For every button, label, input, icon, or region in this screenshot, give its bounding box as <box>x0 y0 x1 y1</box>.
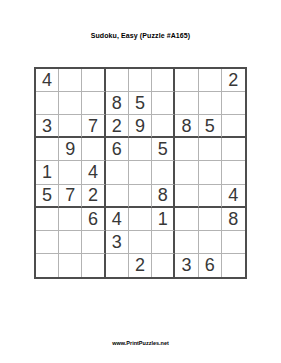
cell-r4c4[interactable]: 6 <box>106 138 129 161</box>
cell-r2c8[interactable] <box>199 92 222 115</box>
cell-r7c1[interactable] <box>36 208 59 231</box>
cell-r8c7[interactable] <box>175 231 198 254</box>
cell-r2c2[interactable] <box>59 92 82 115</box>
cell-r2c7[interactable] <box>175 92 198 115</box>
cell-r9c5[interactable]: 2 <box>129 254 152 277</box>
cell-r7c9[interactable]: 8 <box>222 208 245 231</box>
sudoku-board: 4285372985965145728464183236 <box>34 67 247 279</box>
cell-r7c8[interactable] <box>199 208 222 231</box>
cell-r6c5[interactable] <box>129 185 152 208</box>
cell-r5c7[interactable] <box>175 161 198 184</box>
cell-r5c8[interactable] <box>199 161 222 184</box>
cell-r6c3[interactable]: 2 <box>82 185 105 208</box>
cell-r8c3[interactable] <box>82 231 105 254</box>
cell-r6c7[interactable] <box>175 185 198 208</box>
cell-r2c9[interactable] <box>222 92 245 115</box>
cell-r9c4[interactable] <box>106 254 129 277</box>
cell-r8c6[interactable] <box>152 231 175 254</box>
cell-r9c7[interactable]: 3 <box>175 254 198 277</box>
cell-r1c3[interactable] <box>82 69 105 92</box>
cell-r4c3[interactable] <box>82 138 105 161</box>
cell-r3c7[interactable]: 8 <box>175 115 198 138</box>
cell-r7c5[interactable] <box>129 208 152 231</box>
puzzle-title: Sudoku, Easy (Puzzle #A165) <box>0 32 281 39</box>
cell-r4c1[interactable] <box>36 138 59 161</box>
cell-r7c3[interactable]: 6 <box>82 208 105 231</box>
cell-r1c8[interactable] <box>199 69 222 92</box>
cell-r1c7[interactable] <box>175 69 198 92</box>
cell-r5c1[interactable]: 1 <box>36 161 59 184</box>
cell-r4c9[interactable] <box>222 138 245 161</box>
cell-r9c1[interactable] <box>36 254 59 277</box>
cell-r4c6[interactable]: 5 <box>152 138 175 161</box>
cell-r3c6[interactable] <box>152 115 175 138</box>
cell-r3c8[interactable]: 5 <box>199 115 222 138</box>
cell-r8c8[interactable] <box>199 231 222 254</box>
cell-r6c1[interactable]: 5 <box>36 185 59 208</box>
cell-r3c1[interactable]: 3 <box>36 115 59 138</box>
cell-r1c2[interactable] <box>59 69 82 92</box>
cell-r5c9[interactable] <box>222 161 245 184</box>
sudoku-page: Sudoku, Easy (Puzzle #A165) 428537298596… <box>0 0 281 363</box>
cell-r2c5[interactable]: 5 <box>129 92 152 115</box>
cell-r9c9[interactable] <box>222 254 245 277</box>
footer-url: www.PrintPuzzles.net <box>0 340 281 346</box>
cell-r6c8[interactable] <box>199 185 222 208</box>
cell-r5c5[interactable] <box>129 161 152 184</box>
cell-r3c3[interactable]: 7 <box>82 115 105 138</box>
cell-r9c8[interactable]: 6 <box>199 254 222 277</box>
cell-r7c6[interactable]: 1 <box>152 208 175 231</box>
cell-r4c2[interactable]: 9 <box>59 138 82 161</box>
cell-r9c6[interactable] <box>152 254 175 277</box>
cell-r5c3[interactable]: 4 <box>82 161 105 184</box>
cell-r9c2[interactable] <box>59 254 82 277</box>
cell-r6c4[interactable] <box>106 185 129 208</box>
cell-r3c2[interactable] <box>59 115 82 138</box>
cell-r2c1[interactable] <box>36 92 59 115</box>
cell-r8c4[interactable]: 3 <box>106 231 129 254</box>
cell-r1c1[interactable]: 4 <box>36 69 59 92</box>
cell-r8c9[interactable] <box>222 231 245 254</box>
cell-r1c5[interactable] <box>129 69 152 92</box>
cell-r6c9[interactable]: 4 <box>222 185 245 208</box>
cell-r7c4[interactable]: 4 <box>106 208 129 231</box>
cell-r2c4[interactable]: 8 <box>106 92 129 115</box>
cell-r3c4[interactable]: 2 <box>106 115 129 138</box>
cell-r8c5[interactable] <box>129 231 152 254</box>
cell-r4c7[interactable] <box>175 138 198 161</box>
cell-r4c5[interactable] <box>129 138 152 161</box>
cell-r6c6[interactable]: 8 <box>152 185 175 208</box>
cell-r1c6[interactable] <box>152 69 175 92</box>
cell-r2c6[interactable] <box>152 92 175 115</box>
cell-r3c5[interactable]: 9 <box>129 115 152 138</box>
cell-r5c2[interactable] <box>59 161 82 184</box>
cell-r7c7[interactable] <box>175 208 198 231</box>
cell-r8c2[interactable] <box>59 231 82 254</box>
cell-r5c4[interactable] <box>106 161 129 184</box>
cell-r1c9[interactable]: 2 <box>222 69 245 92</box>
cell-r9c3[interactable] <box>82 254 105 277</box>
cell-r4c8[interactable] <box>199 138 222 161</box>
cell-r1c4[interactable] <box>106 69 129 92</box>
cell-r7c2[interactable] <box>59 208 82 231</box>
cell-r8c1[interactable] <box>36 231 59 254</box>
cell-r3c9[interactable] <box>222 115 245 138</box>
cell-r5c6[interactable] <box>152 161 175 184</box>
cell-r2c3[interactable] <box>82 92 105 115</box>
cell-r6c2[interactable]: 7 <box>59 185 82 208</box>
